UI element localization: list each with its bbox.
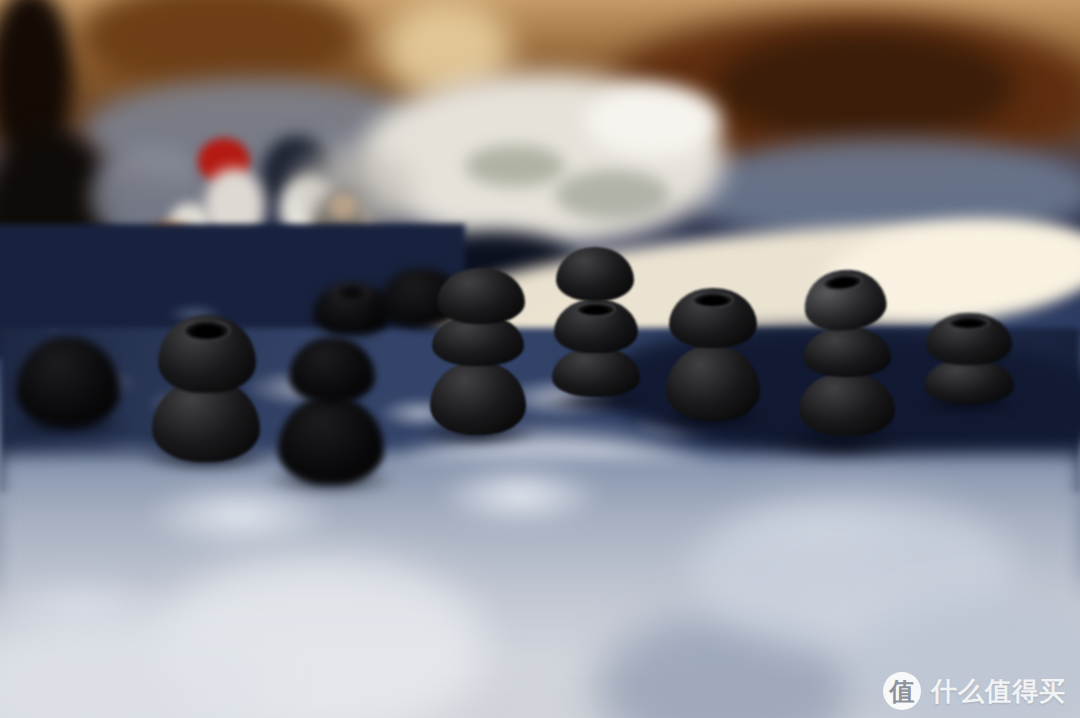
cable-strand [555, 170, 670, 220]
ear-tip-hole [948, 316, 989, 330]
cable-strand [465, 145, 565, 187]
smzdm-logo-char: 值 [890, 675, 915, 708]
cable-highlight [585, 85, 720, 157]
smzdm-watermark: 值 什么值得买 [883, 672, 1066, 710]
russet-core [715, 32, 1015, 142]
photo-scene: 值 什么值得买 [0, 0, 1080, 718]
ear-tip [926, 313, 1012, 365]
ear-tip [803, 327, 891, 377]
ear-tip-hole [576, 302, 616, 317]
smzdm-logo-icon: 值 [883, 672, 921, 710]
ear-tip [552, 347, 640, 397]
watermark-text: 什么值得买 [931, 674, 1066, 709]
cable-left-ext [290, 148, 415, 236]
ear-tip-hole [333, 285, 370, 300]
ear-tip-hole [183, 320, 230, 341]
ear-tip-hole [823, 272, 864, 292]
ear-tip-hole [692, 292, 734, 308]
